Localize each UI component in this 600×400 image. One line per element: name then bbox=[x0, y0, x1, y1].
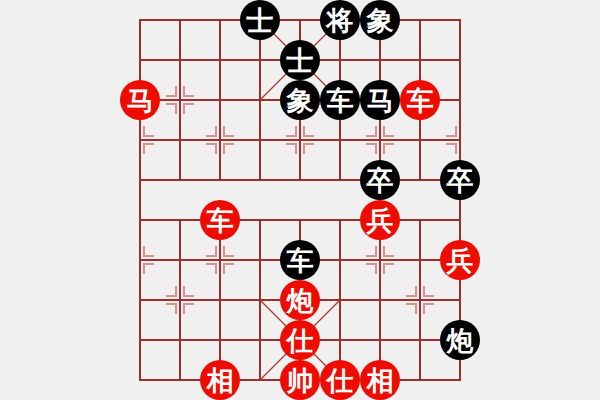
point-marker bbox=[166, 86, 176, 96]
point-marker bbox=[424, 286, 434, 296]
point-marker bbox=[184, 286, 194, 296]
point-marker bbox=[366, 126, 376, 136]
red-advisor-piece[interactable]: 仕 bbox=[280, 320, 320, 360]
point-marker bbox=[366, 246, 376, 256]
point-marker bbox=[384, 246, 394, 256]
point-marker bbox=[224, 246, 234, 256]
point-marker bbox=[144, 264, 154, 274]
red-horse-piece[interactable]: 马 bbox=[120, 80, 160, 120]
red-general-piece[interactable]: 帅 bbox=[280, 360, 320, 400]
point-marker bbox=[166, 104, 176, 114]
point-marker bbox=[424, 304, 434, 314]
point-marker bbox=[184, 86, 194, 96]
point-marker bbox=[366, 264, 376, 274]
black-general-piece[interactable]: 将 bbox=[320, 0, 360, 40]
black-chariot-piece[interactable]: 车 bbox=[320, 80, 360, 120]
red-soldier-piece[interactable]: 兵 bbox=[360, 200, 400, 240]
black-elephant-piece[interactable]: 象 bbox=[280, 80, 320, 120]
point-marker bbox=[206, 246, 216, 256]
black-soldier-piece[interactable]: 卒 bbox=[360, 160, 400, 200]
point-marker bbox=[286, 144, 296, 154]
black-advisor-piece[interactable]: 士 bbox=[280, 40, 320, 80]
black-chariot-piece[interactable]: 车 bbox=[280, 240, 320, 280]
red-elephant-piece[interactable]: 相 bbox=[200, 360, 240, 400]
red-chariot-piece[interactable]: 车 bbox=[200, 200, 240, 240]
black-elephant-piece[interactable]: 象 bbox=[360, 0, 400, 40]
point-marker bbox=[224, 126, 234, 136]
point-marker bbox=[166, 286, 176, 296]
point-marker bbox=[286, 126, 296, 136]
point-marker bbox=[144, 144, 154, 154]
red-soldier-piece[interactable]: 兵 bbox=[440, 240, 480, 280]
point-marker bbox=[384, 264, 394, 274]
point-marker bbox=[184, 304, 194, 314]
point-marker bbox=[206, 264, 216, 274]
point-marker bbox=[144, 246, 154, 256]
point-marker bbox=[206, 144, 216, 154]
black-horse-piece[interactable]: 马 bbox=[360, 80, 400, 120]
point-marker bbox=[166, 304, 176, 314]
point-marker bbox=[206, 126, 216, 136]
black-advisor-piece[interactable]: 士 bbox=[240, 0, 280, 40]
point-marker bbox=[406, 286, 416, 296]
point-marker bbox=[366, 144, 376, 154]
point-marker bbox=[304, 126, 314, 136]
point-marker bbox=[184, 104, 194, 114]
black-cannon-piece[interactable]: 炮 bbox=[440, 320, 480, 360]
red-chariot-piece[interactable]: 车 bbox=[400, 80, 440, 120]
point-marker bbox=[224, 264, 234, 274]
point-marker bbox=[304, 144, 314, 154]
point-marker bbox=[384, 126, 394, 136]
point-marker bbox=[446, 144, 456, 154]
red-advisor-piece[interactable]: 仕 bbox=[320, 360, 360, 400]
black-soldier-piece[interactable]: 卒 bbox=[440, 160, 480, 200]
point-marker bbox=[384, 144, 394, 154]
xiangqi-board: 士将象士马象车马车卒卒车兵车兵炮仕炮相帅仕相 bbox=[0, 0, 600, 400]
red-elephant-piece[interactable]: 相 bbox=[360, 360, 400, 400]
red-cannon-piece[interactable]: 炮 bbox=[280, 280, 320, 320]
point-marker bbox=[446, 126, 456, 136]
point-marker bbox=[144, 126, 154, 136]
point-marker bbox=[406, 304, 416, 314]
point-marker bbox=[224, 144, 234, 154]
